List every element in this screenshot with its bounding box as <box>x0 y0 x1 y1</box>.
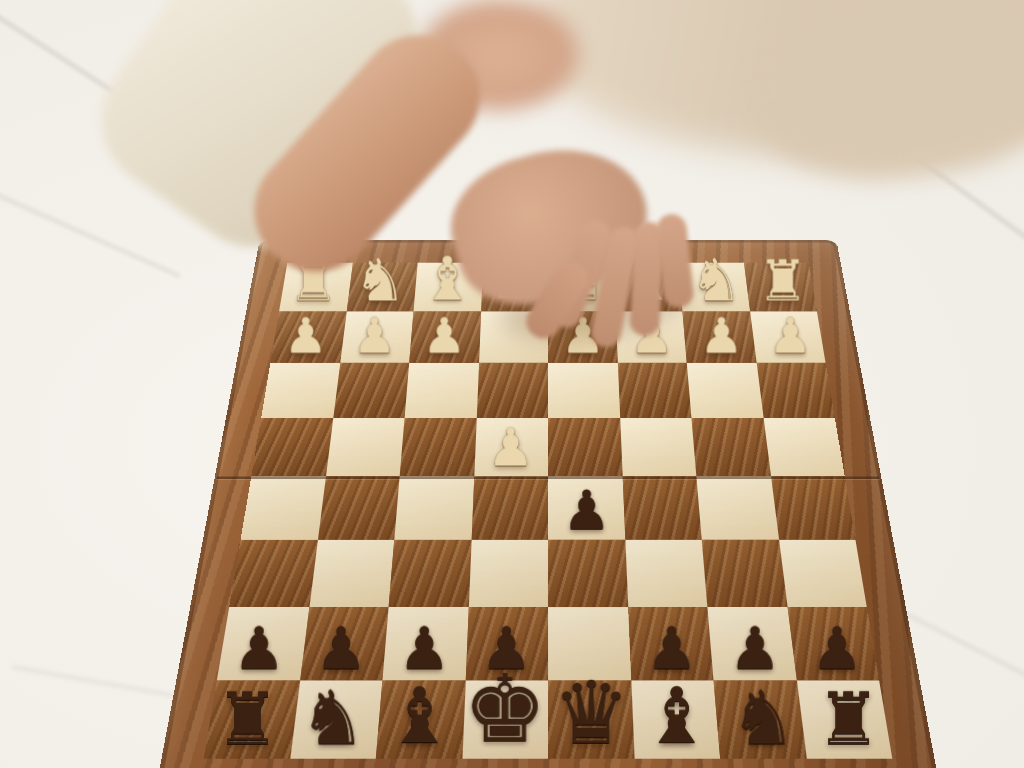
square-h7[interactable]: ♟ <box>217 607 309 680</box>
square-f4[interactable] <box>400 418 477 477</box>
white-pawn-h2[interactable]: ♟ <box>283 311 327 360</box>
square-f2[interactable]: ♟ <box>409 311 481 363</box>
square-h8[interactable]: ♜ <box>204 680 300 759</box>
square-c8[interactable]: ♝ <box>631 680 720 759</box>
black-knight-g8[interactable]: ♞ <box>300 681 367 756</box>
square-f8[interactable]: ♝ <box>376 680 465 759</box>
photo-scene: ♜♞♝♚♛♝♞♜♟♟♟♟♟♟♟♟♟♟♟♟♟♟♟♟♜♞♝♚♛♝♞♜ <box>0 0 1024 768</box>
white-pawn-f2[interactable]: ♟ <box>422 311 466 360</box>
white-pawn-g2[interactable]: ♟ <box>353 311 397 360</box>
black-pawn-g7[interactable]: ♟ <box>315 618 367 676</box>
square-e6[interactable] <box>468 539 548 607</box>
black-bishop-c8[interactable]: ♝ <box>642 678 711 755</box>
square-c3[interactable] <box>617 363 691 418</box>
marble-vein <box>0 181 181 277</box>
black-pawn-f7[interactable]: ♟ <box>398 618 450 676</box>
square-d5[interactable]: ♟ <box>548 476 625 539</box>
square-g5[interactable] <box>317 476 399 539</box>
square-g2[interactable]: ♟ <box>340 311 414 363</box>
square-a5[interactable] <box>771 476 856 539</box>
square-a4[interactable] <box>763 418 845 477</box>
square-g1[interactable]: ♞ <box>346 263 417 311</box>
black-knight-b8[interactable]: ♞ <box>729 681 796 756</box>
square-d6[interactable] <box>548 539 628 607</box>
white-pawn-a2[interactable]: ♟ <box>769 311 813 360</box>
square-g7[interactable]: ♟ <box>300 607 389 680</box>
square-h2[interactable]: ♟ <box>270 311 346 363</box>
square-b8[interactable]: ♞ <box>714 680 807 759</box>
black-pawn-h7[interactable]: ♟ <box>233 618 285 676</box>
square-f5[interactable] <box>394 476 473 539</box>
white-knight-b1[interactable]: ♞ <box>690 251 742 309</box>
square-c6[interactable] <box>625 539 708 607</box>
black-pawn-c7[interactable]: ♟ <box>646 618 698 676</box>
square-a7[interactable]: ♟ <box>787 607 879 680</box>
square-f3[interactable] <box>405 363 479 418</box>
black-pawn-a7[interactable]: ♟ <box>811 618 863 676</box>
square-h4[interactable] <box>251 418 333 477</box>
square-g3[interactable] <box>333 363 409 418</box>
square-b3[interactable] <box>687 363 763 418</box>
square-e8[interactable]: ♚ <box>462 680 548 759</box>
square-a1[interactable]: ♜ <box>744 263 817 311</box>
square-d4[interactable] <box>548 418 622 477</box>
black-king-e8[interactable]: ♚ <box>463 662 547 756</box>
square-a6[interactable] <box>779 539 867 607</box>
square-b5[interactable] <box>696 476 778 539</box>
square-h6[interactable] <box>229 539 317 607</box>
square-h3[interactable] <box>261 363 340 418</box>
square-f7[interactable]: ♟ <box>382 607 468 680</box>
square-h5[interactable] <box>241 476 326 539</box>
square-e3[interactable] <box>476 363 548 418</box>
square-b4[interactable] <box>691 418 770 477</box>
square-a3[interactable] <box>756 363 835 418</box>
square-c4[interactable] <box>620 418 697 477</box>
square-c5[interactable] <box>622 476 701 539</box>
black-rook-h8[interactable]: ♜ <box>215 683 280 755</box>
square-d8[interactable]: ♛ <box>548 680 634 759</box>
square-b6[interactable] <box>702 539 787 607</box>
black-queen-d8[interactable]: ♛ <box>552 669 630 756</box>
square-e5[interactable] <box>471 476 548 539</box>
black-pawn-b7[interactable]: ♟ <box>728 618 780 676</box>
square-b2[interactable]: ♟ <box>682 311 756 363</box>
white-rook-a1[interactable]: ♜ <box>758 252 809 309</box>
white-knight-g1[interactable]: ♞ <box>354 251 406 309</box>
white-pawn-e4[interactable]: ♟ <box>487 422 534 474</box>
square-g8[interactable]: ♞ <box>290 680 383 759</box>
black-rook-a8[interactable]: ♜ <box>816 683 881 755</box>
square-c7[interactable]: ♟ <box>628 607 714 680</box>
square-g6[interactable] <box>309 539 394 607</box>
white-pawn-b2[interactable]: ♟ <box>699 311 743 360</box>
square-g4[interactable] <box>325 418 404 477</box>
square-a2[interactable]: ♟ <box>750 311 826 363</box>
square-a8[interactable]: ♜ <box>796 680 892 759</box>
square-b7[interactable]: ♟ <box>707 607 796 680</box>
square-f6[interactable] <box>389 539 472 607</box>
square-d3[interactable] <box>548 363 620 418</box>
black-bishop-f8[interactable]: ♝ <box>384 678 453 755</box>
square-e4[interactable]: ♟ <box>474 418 548 477</box>
black-pawn-d5[interactable]: ♟ <box>562 482 611 536</box>
